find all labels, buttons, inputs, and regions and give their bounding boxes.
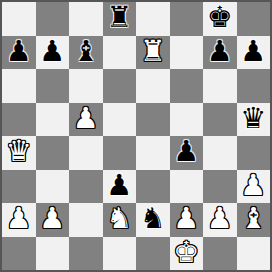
square-a1[interactable]: [2, 237, 36, 271]
square-d3[interactable]: ♟: [103, 170, 137, 204]
square-d8[interactable]: ♜: [103, 2, 137, 36]
piece-black-knight: ♞: [140, 204, 166, 233]
square-a7[interactable]: ♟: [2, 36, 36, 70]
square-c5[interactable]: ♟: [69, 103, 103, 137]
square-b5[interactable]: [36, 103, 70, 137]
square-e2[interactable]: ♞: [136, 203, 170, 237]
square-h6[interactable]: [237, 69, 271, 103]
square-c4[interactable]: [69, 136, 103, 170]
piece-black-pawn: ♟: [240, 37, 266, 66]
piece-white-rook: ♜: [140, 37, 166, 66]
piece-white-pawn: ♟: [207, 204, 233, 233]
square-b8[interactable]: [36, 2, 70, 36]
piece-black-pawn: ♟: [6, 37, 32, 66]
piece-white-king: ♚: [173, 238, 199, 267]
square-h3[interactable]: ♟: [237, 170, 271, 204]
square-f2[interactable]: ♟: [170, 203, 204, 237]
square-a2[interactable]: ♟: [2, 203, 36, 237]
square-e7[interactable]: ♜: [136, 36, 170, 70]
square-a5[interactable]: [2, 103, 36, 137]
square-a8[interactable]: [2, 2, 36, 36]
square-b1[interactable]: [36, 237, 70, 271]
square-g6[interactable]: [203, 69, 237, 103]
square-d2[interactable]: ♞: [103, 203, 137, 237]
piece-white-pawn: ♟: [240, 171, 266, 200]
piece-white-bishop: ♝: [240, 204, 266, 233]
square-d6[interactable]: [103, 69, 137, 103]
square-h8[interactable]: [237, 2, 271, 36]
square-e3[interactable]: [136, 170, 170, 204]
piece-black-pawn: ♟: [106, 171, 132, 200]
square-c2[interactable]: [69, 203, 103, 237]
piece-black-bishop: ♝: [73, 37, 99, 66]
square-b4[interactable]: [36, 136, 70, 170]
square-d4[interactable]: [103, 136, 137, 170]
piece-white-pawn: ♟: [173, 204, 199, 233]
piece-black-king: ♚: [207, 3, 233, 32]
square-b6[interactable]: [36, 69, 70, 103]
square-c3[interactable]: [69, 170, 103, 204]
square-c8[interactable]: [69, 2, 103, 36]
square-e8[interactable]: [136, 2, 170, 36]
square-c1[interactable]: [69, 237, 103, 271]
square-g2[interactable]: ♟: [203, 203, 237, 237]
square-h4[interactable]: [237, 136, 271, 170]
square-f7[interactable]: [170, 36, 204, 70]
square-e4[interactable]: [136, 136, 170, 170]
square-b3[interactable]: [36, 170, 70, 204]
square-d1[interactable]: [103, 237, 137, 271]
piece-white-pawn: ♟: [39, 204, 65, 233]
square-c6[interactable]: [69, 69, 103, 103]
square-g5[interactable]: [203, 103, 237, 137]
piece-black-queen: ♛: [240, 104, 266, 133]
square-f5[interactable]: [170, 103, 204, 137]
piece-white-pawn: ♟: [6, 204, 32, 233]
square-d5[interactable]: [103, 103, 137, 137]
square-f8[interactable]: [170, 2, 204, 36]
square-f3[interactable]: [170, 170, 204, 204]
piece-black-rook: ♜: [106, 3, 132, 32]
square-g8[interactable]: ♚: [203, 2, 237, 36]
square-f4[interactable]: ♟: [170, 136, 204, 170]
piece-black-pawn: ♟: [39, 37, 65, 66]
square-a4[interactable]: ♛: [2, 136, 36, 170]
square-h5[interactable]: ♛: [237, 103, 271, 137]
square-h7[interactable]: ♟: [237, 36, 271, 70]
square-h1[interactable]: [237, 237, 271, 271]
piece-white-knight: ♞: [106, 204, 132, 233]
piece-black-pawn: ♟: [173, 137, 199, 166]
square-b7[interactable]: ♟: [36, 36, 70, 70]
square-e5[interactable]: [136, 103, 170, 137]
piece-black-pawn: ♟: [207, 37, 233, 66]
square-g3[interactable]: [203, 170, 237, 204]
square-g1[interactable]: [203, 237, 237, 271]
square-h2[interactable]: ♝: [237, 203, 271, 237]
square-b2[interactable]: ♟: [36, 203, 70, 237]
square-g4[interactable]: [203, 136, 237, 170]
square-a6[interactable]: [2, 69, 36, 103]
square-e1[interactable]: [136, 237, 170, 271]
piece-white-queen: ♛: [6, 137, 32, 166]
square-e6[interactable]: [136, 69, 170, 103]
piece-white-pawn: ♟: [73, 104, 99, 133]
chess-board: ♜♚♟♟♝♜♟♟♟♛♛♟♟♟♟♟♞♞♟♟♝♚: [0, 0, 272, 272]
square-a3[interactable]: [2, 170, 36, 204]
square-g7[interactable]: ♟: [203, 36, 237, 70]
square-d7[interactable]: [103, 36, 137, 70]
square-c7[interactable]: ♝: [69, 36, 103, 70]
square-f6[interactable]: [170, 69, 204, 103]
square-f1[interactable]: ♚: [170, 237, 204, 271]
